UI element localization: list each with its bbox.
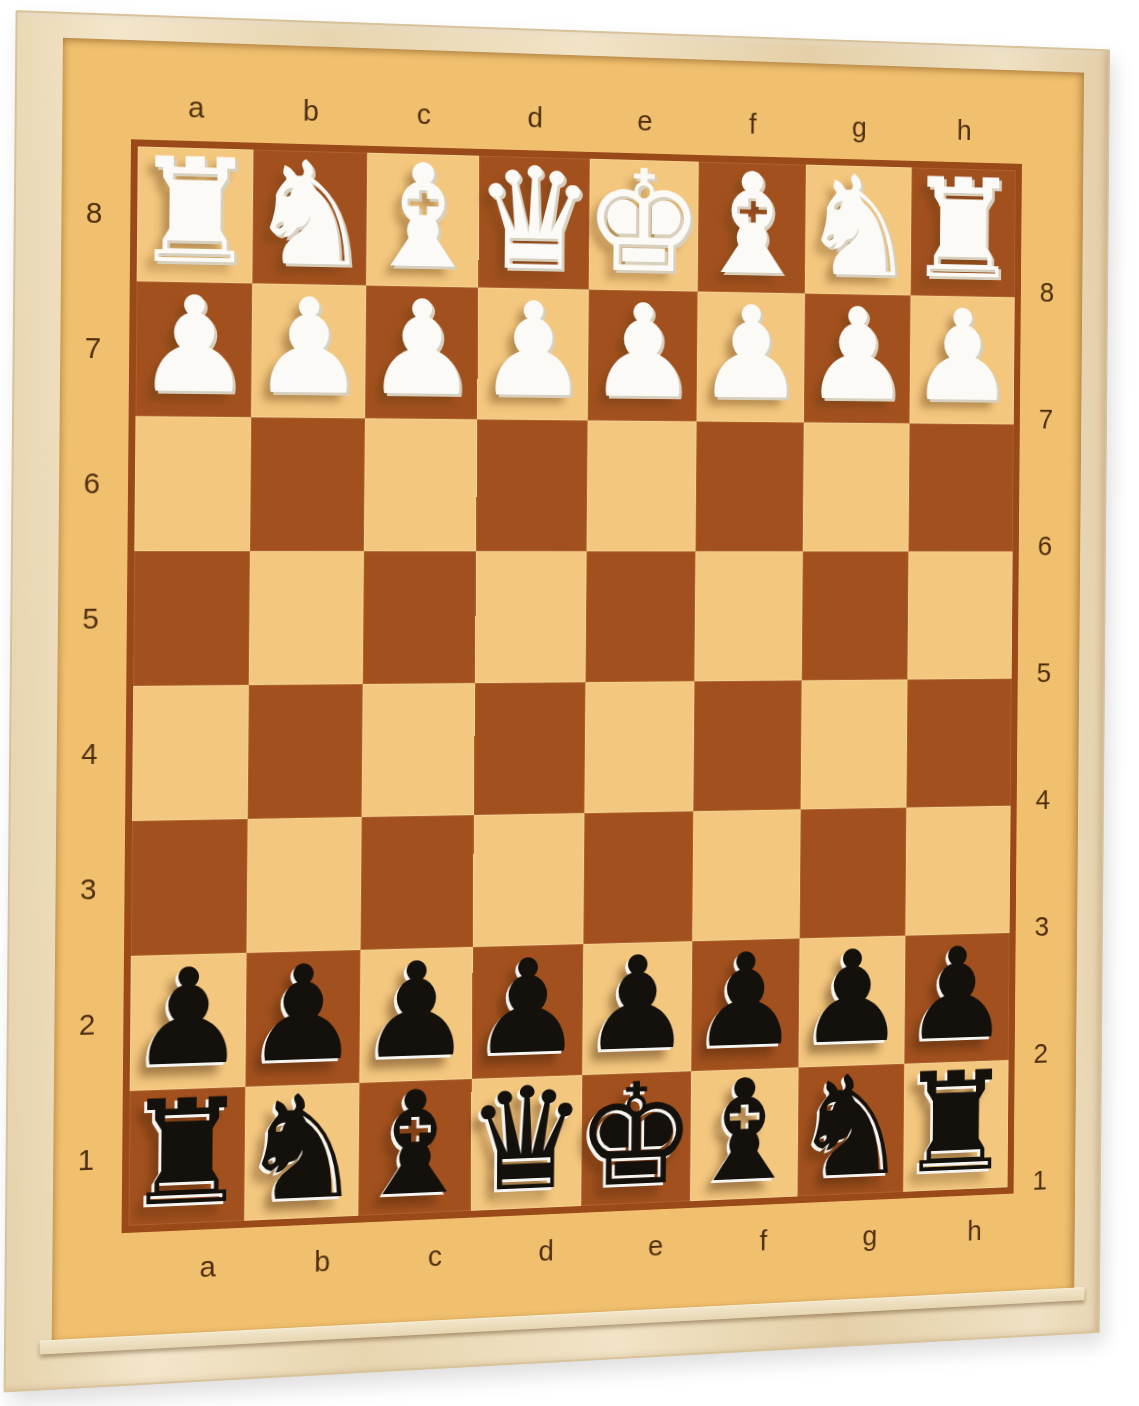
piece-white-pawn[interactable]: ♟ (696, 289, 805, 418)
square-e4[interactable] (584, 681, 694, 813)
rank-labels-left: 87654321 (53, 144, 127, 1229)
square-g3[interactable] (800, 808, 907, 939)
coordinate-label-h: h (912, 108, 1016, 152)
square-f3[interactable] (692, 809, 800, 941)
piece-black-pawn[interactable]: ♟ (245, 947, 361, 1082)
photo-scene: abcdefgh abcdefgh 87654321 87654321 ♜♞♝♛… (0, 0, 1139, 1406)
square-g8[interactable]: ♞ (805, 165, 912, 296)
square-e1[interactable]: ♚ (581, 1071, 691, 1206)
square-g6[interactable] (803, 422, 910, 551)
coordinate-label-7: 7 (60, 280, 126, 416)
piece-white-pawn[interactable]: ♟ (803, 291, 911, 419)
piece-white-pawn[interactable]: ♟ (909, 293, 1015, 420)
coordinate-label-g: g (806, 105, 912, 150)
coordinate-label-d: d (491, 1227, 602, 1275)
coordinate-label-2: 2 (54, 956, 120, 1093)
piece-black-rook[interactable]: ♜ (898, 1051, 1014, 1193)
coordinate-label-3: 3 (1015, 862, 1068, 990)
coordinate-label-a: a (138, 84, 254, 131)
square-a4[interactable] (132, 685, 249, 821)
coordinate-label-g: g (817, 1213, 923, 1259)
square-c6[interactable] (364, 418, 477, 551)
square-a5[interactable] (133, 551, 250, 686)
piece-white-pawn[interactable]: ♟ (251, 280, 367, 413)
square-e7[interactable]: ♟ (588, 290, 698, 422)
square-h6[interactable] (908, 423, 1013, 551)
coordinate-label-1: 1 (1013, 1116, 1066, 1245)
piece-white-pawn[interactable]: ♟ (365, 283, 479, 415)
square-h3[interactable] (905, 806, 1010, 936)
coordinate-label-4: 4 (56, 686, 122, 822)
square-h4[interactable] (906, 679, 1011, 808)
piece-black-pawn[interactable]: ♟ (359, 944, 473, 1078)
piece-white-queen[interactable]: ♛ (473, 147, 596, 291)
square-e8[interactable]: ♚ (589, 159, 699, 292)
square-f6[interactable] (695, 421, 803, 551)
coordinate-label-b: b (265, 1237, 379, 1285)
square-f7[interactable]: ♟ (697, 292, 805, 423)
square-c3[interactable] (360, 815, 473, 950)
square-e5[interactable] (585, 551, 695, 682)
coordinate-label-b: b (254, 88, 368, 135)
square-f5[interactable] (694, 551, 802, 681)
square-e3[interactable] (583, 811, 693, 944)
square-f1[interactable]: ♝ (690, 1067, 798, 1201)
square-b1[interactable]: ♞ (244, 1083, 359, 1221)
piece-black-pawn[interactable]: ♟ (798, 933, 906, 1063)
square-b5[interactable] (249, 551, 364, 685)
coordinate-label-8: 8 (1020, 228, 1073, 356)
coordinate-label-8: 8 (61, 144, 127, 281)
square-b8[interactable]: ♞ (252, 150, 367, 286)
piece-black-pawn[interactable]: ♟ (129, 950, 247, 1086)
square-b3[interactable] (247, 817, 362, 953)
piece-black-pawn[interactable]: ♟ (691, 936, 800, 1067)
piece-black-rook[interactable]: ♜ (123, 1078, 252, 1227)
coordinate-label-3: 3 (55, 821, 121, 958)
piece-white-pawn[interactable]: ♟ (587, 287, 698, 417)
piece-black-king[interactable]: ♚ (576, 1062, 697, 1207)
square-d4[interactable] (474, 682, 586, 815)
coordinate-label-f: f (710, 1217, 817, 1264)
piece-black-knight[interactable]: ♞ (792, 1055, 909, 1198)
piece-white-rook[interactable]: ♜ (131, 137, 259, 284)
piece-black-pawn[interactable]: ♟ (582, 938, 693, 1070)
piece-black-pawn[interactable]: ♟ (904, 930, 1010, 1059)
square-a8[interactable]: ♜ (137, 146, 254, 283)
piece-white-pawn[interactable]: ♟ (477, 285, 590, 416)
square-h7[interactable]: ♟ (910, 295, 1015, 424)
square-a7[interactable]: ♟ (135, 281, 252, 417)
square-g7[interactable]: ♟ (804, 293, 911, 423)
coordinate-label-e: e (601, 1222, 710, 1269)
coordinate-label-7: 7 (1019, 355, 1072, 482)
piece-white-rook[interactable]: ♜ (905, 159, 1021, 299)
coordinate-label-6: 6 (1018, 482, 1071, 609)
square-d1[interactable]: ♛ (471, 1075, 583, 1211)
square-g4[interactable] (801, 680, 908, 810)
square-a3[interactable] (131, 819, 248, 956)
coordinate-label-c: c (367, 91, 479, 137)
coordinate-label-a: a (149, 1243, 265, 1292)
piece-black-queen[interactable]: ♛ (465, 1066, 588, 1212)
coordinate-label-2: 2 (1014, 989, 1067, 1118)
square-c8[interactable]: ♝ (366, 153, 479, 288)
piece-white-bishop[interactable]: ♝ (360, 144, 485, 289)
piece-black-pawn[interactable]: ♟ (471, 941, 584, 1074)
board-sheet: abcdefgh abcdefgh 87654321 87654321 ♜♞♝♛… (52, 38, 1084, 1344)
square-d8[interactable]: ♛ (478, 156, 590, 290)
piece-black-bishop[interactable]: ♝ (685, 1059, 804, 1203)
coordinate-label-5: 5 (1017, 609, 1070, 736)
square-b6[interactable] (250, 417, 365, 551)
square-d3[interactable] (473, 813, 585, 947)
square-a6[interactable] (134, 416, 251, 551)
square-h1[interactable]: ♜ (903, 1060, 1008, 1192)
square-c1[interactable]: ♝ (358, 1079, 471, 1216)
square-b4[interactable] (248, 684, 363, 819)
piece-white-pawn[interactable]: ♟ (135, 278, 253, 412)
square-e6[interactable] (587, 420, 697, 551)
coordinate-label-1: 1 (53, 1091, 119, 1229)
square-d6[interactable] (476, 419, 588, 551)
square-d7[interactable]: ♟ (477, 288, 589, 421)
square-a1[interactable]: ♜ (129, 1087, 246, 1226)
square-g1[interactable]: ♞ (797, 1064, 904, 1197)
coordinate-label-4: 4 (1016, 736, 1069, 864)
square-c5[interactable] (363, 551, 476, 684)
piece-black-bishop[interactable]: ♝ (353, 1070, 478, 1217)
square-g5[interactable] (802, 551, 909, 680)
piece-white-bishop[interactable]: ♝ (692, 153, 811, 295)
rank-labels-right: 87654321 (1014, 170, 1074, 1187)
square-d5[interactable] (475, 551, 587, 683)
coordinate-label-h: h (922, 1208, 1026, 1254)
piece-white-knight[interactable]: ♞ (247, 141, 373, 287)
square-h5[interactable] (907, 551, 1012, 679)
wall-board-frame: abcdefgh abcdefgh 87654321 87654321 ♜♞♝♛… (4, 10, 1110, 1392)
coordinate-label-c: c (379, 1232, 491, 1280)
square-c4[interactable] (362, 683, 475, 817)
coordinate-label-e: e (590, 98, 699, 143)
piece-white-knight[interactable]: ♞ (800, 156, 917, 297)
coordinate-label-d: d (480, 95, 591, 141)
coordinate-label-5: 5 (57, 551, 123, 687)
square-h8[interactable]: ♜ (911, 167, 1016, 297)
piece-black-knight[interactable]: ♞ (239, 1074, 366, 1222)
square-c7[interactable]: ♟ (365, 285, 478, 419)
coordinate-label-f: f (699, 101, 807, 146)
piece-white-king[interactable]: ♚ (583, 150, 704, 293)
coordinate-label-6: 6 (59, 415, 125, 551)
square-f4[interactable] (693, 680, 801, 811)
chess-board: ♜♞♝♛♚♝♞♜♟♟♟♟♟♟♟♟♟♟♟♟♟♟♟♟♜♞♝♛♚♝♞♜ (122, 139, 1022, 1233)
square-f8[interactable]: ♝ (698, 162, 806, 294)
square-b7[interactable]: ♟ (251, 283, 366, 418)
